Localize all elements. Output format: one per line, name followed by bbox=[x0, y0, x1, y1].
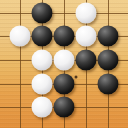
black-stone bbox=[54, 26, 75, 47]
white-stone bbox=[10, 26, 31, 47]
grid-line-horizontal bbox=[0, 13, 128, 14]
white-stone bbox=[32, 74, 53, 95]
black-stone bbox=[32, 26, 53, 47]
black-stone bbox=[54, 74, 75, 95]
black-stone bbox=[32, 3, 53, 24]
white-stone bbox=[76, 26, 97, 47]
grid-line-vertical bbox=[20, 0, 21, 128]
white-stone bbox=[32, 97, 53, 118]
black-stone bbox=[98, 74, 119, 95]
black-stone bbox=[54, 97, 75, 118]
star-point bbox=[75, 76, 78, 79]
white-stone bbox=[32, 50, 53, 71]
white-stone bbox=[76, 3, 97, 24]
go-app-screenshot bbox=[0, 0, 128, 128]
black-stone bbox=[98, 50, 119, 71]
go-board[interactable] bbox=[0, 0, 128, 128]
white-stone bbox=[54, 50, 75, 71]
black-stone bbox=[98, 26, 119, 47]
black-stone bbox=[76, 50, 97, 71]
